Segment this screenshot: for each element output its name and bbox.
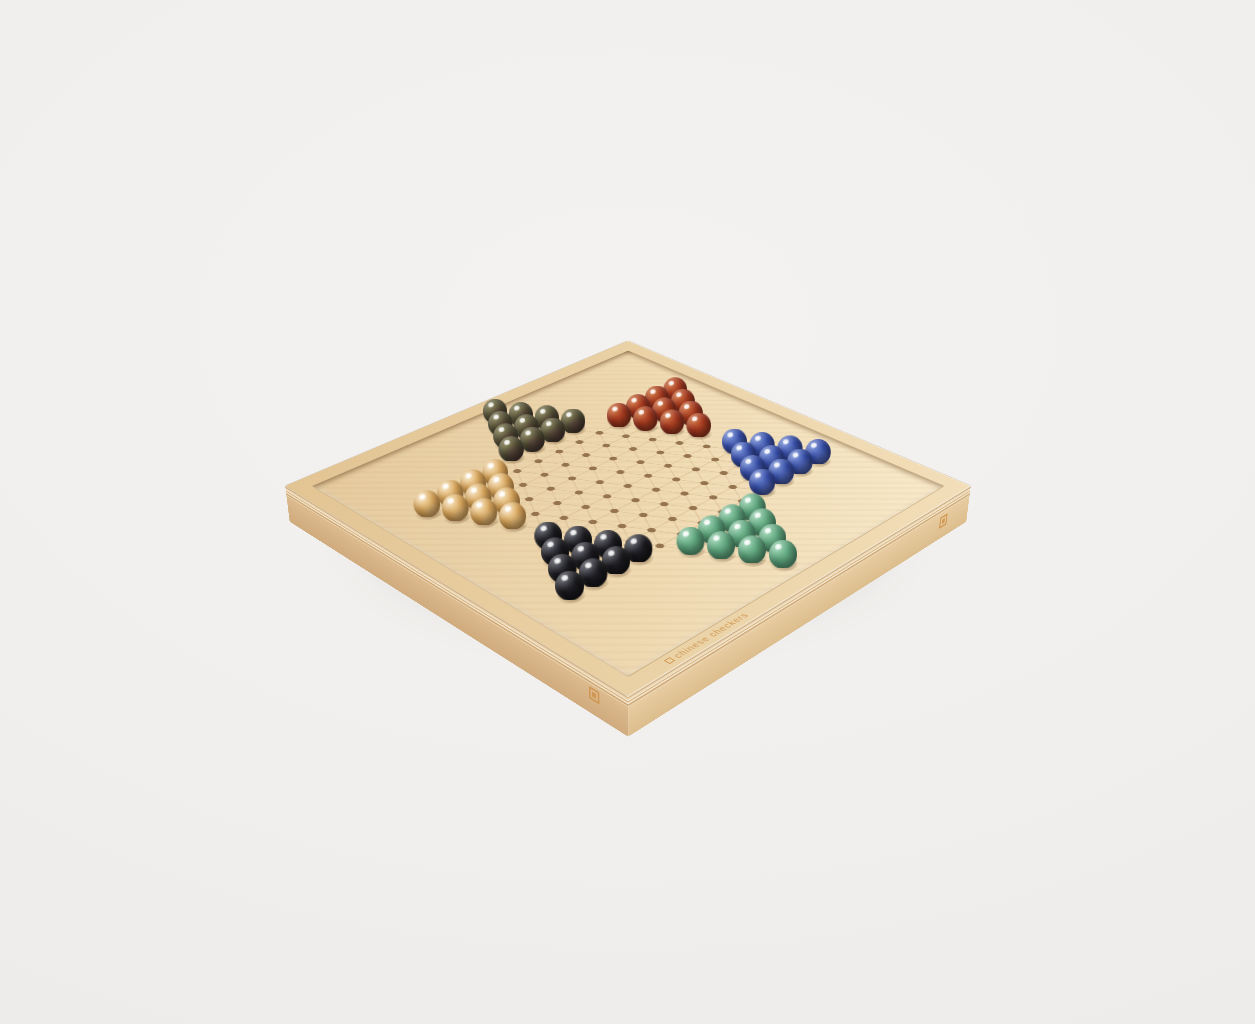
- marble-highlight: [754, 471, 761, 478]
- marble-highlight: [545, 420, 552, 426]
- marble-highlight: [442, 483, 449, 490]
- marble-highlight: [792, 451, 799, 457]
- photo-scene: chinese checkers: [0, 0, 1255, 1024]
- marble-highlight: [584, 561, 592, 568]
- logo-stamp-icon-right: [939, 513, 948, 529]
- board-top-face: chinese checkers: [285, 341, 971, 697]
- marble-highlight: [726, 431, 733, 437]
- marble-highlight: [492, 476, 499, 483]
- marble-highlight: [465, 472, 472, 479]
- marble-red: [607, 403, 632, 428]
- marble-highlight: [735, 444, 742, 450]
- marble-highlight: [744, 496, 751, 503]
- marble-layer: [312, 351, 943, 677]
- marble-highlight: [513, 405, 520, 411]
- chinese-checkers-board: chinese checkers: [285, 341, 971, 697]
- marble-highlight: [774, 543, 782, 550]
- logo-stamp-core: [592, 692, 596, 699]
- marble-highlight: [599, 533, 607, 540]
- marble-highlight: [498, 426, 505, 432]
- marble-highlight: [487, 402, 494, 408]
- marble-red: [686, 413, 711, 438]
- marble-yellow: [442, 494, 469, 522]
- marble-highlight: [733, 523, 740, 530]
- marble-highlight: [607, 549, 615, 556]
- marble-black: [555, 571, 584, 601]
- marble-highlight: [638, 409, 645, 415]
- marble-highlight: [546, 540, 554, 547]
- marble-highlight: [683, 403, 690, 409]
- marble-red: [633, 406, 658, 431]
- marble-highlight: [553, 557, 561, 564]
- marble-highlight: [703, 518, 710, 525]
- marble-highlight: [763, 527, 771, 534]
- marble-green: [738, 535, 766, 564]
- marble-highlight: [682, 530, 690, 537]
- marble-highlight: [503, 439, 510, 445]
- marble-highlight: [447, 497, 454, 504]
- marble-highlight: [675, 391, 681, 397]
- product-photo: chinese checkers: [0, 0, 1255, 1024]
- marble-highlight: [649, 388, 655, 394]
- marble-blue: [749, 469, 775, 496]
- marble-highlight: [524, 430, 531, 436]
- marble-olive: [498, 436, 524, 462]
- marble-highlight: [664, 412, 671, 418]
- marble-highlight: [560, 574, 568, 581]
- marble-highlight: [504, 505, 511, 512]
- marble-highlight: [723, 507, 730, 514]
- marble-highlight: [475, 501, 482, 508]
- marble-highlight: [753, 511, 760, 518]
- marble-yellow: [470, 498, 497, 526]
- marble-highlight: [539, 525, 547, 532]
- marble-highlight: [418, 493, 425, 500]
- marble-highlight: [810, 442, 817, 448]
- marble-highlight: [744, 458, 751, 465]
- marble-highlight: [763, 448, 770, 454]
- marble-green: [676, 527, 704, 556]
- marble-highlight: [492, 414, 499, 420]
- marble-green: [769, 540, 797, 569]
- marble-highlight: [782, 438, 789, 444]
- marble-highlight: [565, 411, 572, 417]
- marble-highlight: [539, 408, 546, 414]
- marble-highlight: [498, 490, 505, 497]
- marble-highlight: [668, 380, 674, 386]
- marble-highlight: [743, 538, 751, 545]
- marble-highlight: [611, 406, 618, 412]
- marble-highlight: [712, 534, 720, 541]
- marble-highlight: [576, 545, 584, 552]
- marble-highlight: [630, 397, 637, 403]
- board-recessed-field: [311, 350, 945, 677]
- marble-highlight: [629, 537, 637, 544]
- marble-highlight: [657, 400, 664, 406]
- marble-yellow: [499, 502, 526, 530]
- logo-stamp-core: [942, 518, 945, 524]
- marble-highlight: [691, 415, 698, 421]
- marble-green: [707, 531, 735, 560]
- marble-highlight: [519, 417, 526, 423]
- marble-red: [660, 409, 685, 434]
- marble-highlight: [470, 486, 477, 493]
- marble-yellow: [413, 490, 440, 518]
- marble-highlight: [773, 461, 780, 468]
- marble-highlight: [569, 529, 577, 536]
- brand-square-icon: [664, 657, 675, 664]
- marble-highlight: [754, 435, 761, 441]
- marble-highlight: [487, 462, 494, 469]
